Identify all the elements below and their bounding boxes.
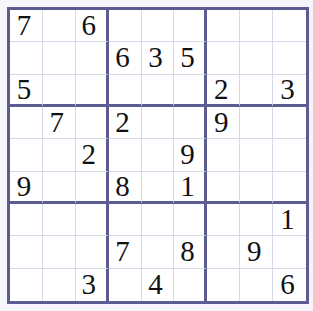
cell-r5c9[interactable] bbox=[273, 139, 306, 171]
given-digit: 9 bbox=[17, 172, 32, 201]
cell-r1c8[interactable] bbox=[240, 10, 273, 42]
cell-r5c7[interactable] bbox=[207, 139, 240, 171]
cell-r7c4[interactable] bbox=[109, 204, 142, 236]
cell-r6c3[interactable] bbox=[76, 172, 109, 204]
cell-r9c2[interactable] bbox=[43, 269, 76, 301]
cell-r4c5[interactable] bbox=[142, 107, 175, 139]
cell-r4c8[interactable] bbox=[240, 107, 273, 139]
cell-r5c8[interactable] bbox=[240, 139, 273, 171]
given-digit: 8 bbox=[115, 172, 130, 201]
cell-r9c7[interactable] bbox=[207, 269, 240, 301]
sudoku-board: 76635523729299811789346 bbox=[7, 7, 309, 304]
cell-r1c2[interactable] bbox=[43, 10, 76, 42]
cell-r6c4: 8 bbox=[109, 172, 142, 204]
cell-r6c8[interactable] bbox=[240, 172, 273, 204]
cell-r1c7[interactable] bbox=[207, 10, 240, 42]
cell-r7c6[interactable] bbox=[174, 204, 207, 236]
given-digit: 5 bbox=[17, 75, 32, 104]
cell-r2c4: 6 bbox=[109, 42, 142, 74]
cell-r8c9[interactable] bbox=[273, 236, 306, 268]
given-digit: 7 bbox=[115, 237, 130, 266]
cell-r7c9: 1 bbox=[273, 204, 306, 236]
cell-r6c1: 9 bbox=[10, 172, 43, 204]
cell-r3c9: 3 bbox=[273, 75, 306, 107]
cell-r8c2[interactable] bbox=[43, 236, 76, 268]
cell-r8c3[interactable] bbox=[76, 236, 109, 268]
cell-r4c6[interactable] bbox=[174, 107, 207, 139]
given-digit: 6 bbox=[81, 11, 96, 40]
cell-r3c4[interactable] bbox=[109, 75, 142, 107]
cell-r6c5[interactable] bbox=[142, 172, 175, 204]
given-digit: 1 bbox=[180, 172, 195, 201]
cell-r9c9: 6 bbox=[273, 269, 306, 301]
cell-r5c4[interactable] bbox=[109, 139, 142, 171]
cell-r5c3: 2 bbox=[76, 139, 109, 171]
cell-r9c5: 4 bbox=[142, 269, 175, 301]
cell-r8c1[interactable] bbox=[10, 236, 43, 268]
cell-r2c2[interactable] bbox=[43, 42, 76, 74]
cell-r8c5[interactable] bbox=[142, 236, 175, 268]
cell-r2c7[interactable] bbox=[207, 42, 240, 74]
cell-r5c5[interactable] bbox=[142, 139, 175, 171]
cell-r9c1[interactable] bbox=[10, 269, 43, 301]
given-digit: 3 bbox=[148, 43, 163, 72]
given-digit: 7 bbox=[17, 11, 32, 40]
cell-r3c3[interactable] bbox=[76, 75, 109, 107]
cell-r6c6: 1 bbox=[174, 172, 207, 204]
cell-r1c6[interactable] bbox=[174, 10, 207, 42]
cell-r7c1[interactable] bbox=[10, 204, 43, 236]
cell-r9c8[interactable] bbox=[240, 269, 273, 301]
cell-r4c7: 9 bbox=[207, 107, 240, 139]
given-digit: 8 bbox=[180, 237, 195, 266]
cell-r2c1[interactable] bbox=[10, 42, 43, 74]
given-digit: 2 bbox=[115, 108, 130, 137]
given-digit: 1 bbox=[280, 205, 295, 234]
cell-r2c9[interactable] bbox=[273, 42, 306, 74]
cell-r7c2[interactable] bbox=[43, 204, 76, 236]
cell-r3c2[interactable] bbox=[43, 75, 76, 107]
cell-r6c9[interactable] bbox=[273, 172, 306, 204]
cell-r5c6: 9 bbox=[174, 139, 207, 171]
cell-r2c8[interactable] bbox=[240, 42, 273, 74]
cell-r8c6: 8 bbox=[174, 236, 207, 268]
cell-r6c2[interactable] bbox=[43, 172, 76, 204]
given-digit: 2 bbox=[81, 140, 96, 169]
cell-r3c7: 2 bbox=[207, 75, 240, 107]
cell-r1c4[interactable] bbox=[109, 10, 142, 42]
cell-r2c3[interactable] bbox=[76, 42, 109, 74]
cell-r2c6: 5 bbox=[174, 42, 207, 74]
given-digit: 9 bbox=[180, 140, 195, 169]
cell-r3c1: 5 bbox=[10, 75, 43, 107]
cell-r7c3[interactable] bbox=[76, 204, 109, 236]
cell-r4c1[interactable] bbox=[10, 107, 43, 139]
cell-r9c6[interactable] bbox=[174, 269, 207, 301]
given-digit: 3 bbox=[280, 75, 295, 104]
cell-r9c3: 3 bbox=[76, 269, 109, 301]
cell-r4c9[interactable] bbox=[273, 107, 306, 139]
given-digit: 6 bbox=[280, 270, 295, 299]
given-digit: 3 bbox=[81, 270, 96, 299]
cell-r1c1: 7 bbox=[10, 10, 43, 42]
cell-r1c3: 6 bbox=[76, 10, 109, 42]
cell-r3c6[interactable] bbox=[174, 75, 207, 107]
cell-r2c5: 3 bbox=[142, 42, 175, 74]
given-digit: 4 bbox=[148, 270, 163, 299]
cell-r9c4[interactable] bbox=[109, 269, 142, 301]
cell-r3c5[interactable] bbox=[142, 75, 175, 107]
cell-r1c9[interactable] bbox=[273, 10, 306, 42]
given-digit: 5 bbox=[180, 43, 195, 72]
cell-r6c7[interactable] bbox=[207, 172, 240, 204]
cell-r7c7[interactable] bbox=[207, 204, 240, 236]
cell-r8c7[interactable] bbox=[207, 236, 240, 268]
cell-r4c3[interactable] bbox=[76, 107, 109, 139]
given-digit: 9 bbox=[214, 108, 229, 137]
cell-r1c5[interactable] bbox=[142, 10, 175, 42]
given-digit: 6 bbox=[115, 43, 130, 72]
cell-r4c4: 2 bbox=[109, 107, 142, 139]
cell-r8c4: 7 bbox=[109, 236, 142, 268]
given-digit: 7 bbox=[50, 108, 65, 137]
cell-r5c2[interactable] bbox=[43, 139, 76, 171]
given-digit: 2 bbox=[214, 75, 229, 104]
cell-r7c5[interactable] bbox=[142, 204, 175, 236]
cell-r4c2: 7 bbox=[43, 107, 76, 139]
cell-r8c8: 9 bbox=[240, 236, 273, 268]
cell-r5c1[interactable] bbox=[10, 139, 43, 171]
cell-r3c8[interactable] bbox=[240, 75, 273, 107]
given-digit: 9 bbox=[247, 237, 262, 266]
cell-r7c8[interactable] bbox=[240, 204, 273, 236]
